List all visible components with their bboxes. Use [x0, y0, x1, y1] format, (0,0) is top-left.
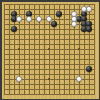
- go-board-frame: [0, 0, 100, 100]
- go-board[interactable]: [2, 2, 99, 99]
- white-stone: [26, 16, 31, 21]
- white-stone: [71, 21, 76, 26]
- star-point: [48, 78, 50, 80]
- white-stone: [36, 16, 41, 21]
- star-point: [18, 48, 20, 50]
- white-stone: [16, 16, 21, 21]
- white-stone: [16, 76, 21, 81]
- black-stone: [51, 21, 56, 26]
- black-stone: [11, 26, 16, 31]
- white-stone: [76, 76, 81, 81]
- black-stone: [86, 66, 91, 71]
- white-stone: [46, 16, 51, 21]
- black-stone: [56, 11, 61, 16]
- black-stone: [86, 26, 91, 31]
- star-point: [48, 48, 50, 50]
- white-stone: [86, 6, 91, 11]
- star-point: [78, 48, 80, 50]
